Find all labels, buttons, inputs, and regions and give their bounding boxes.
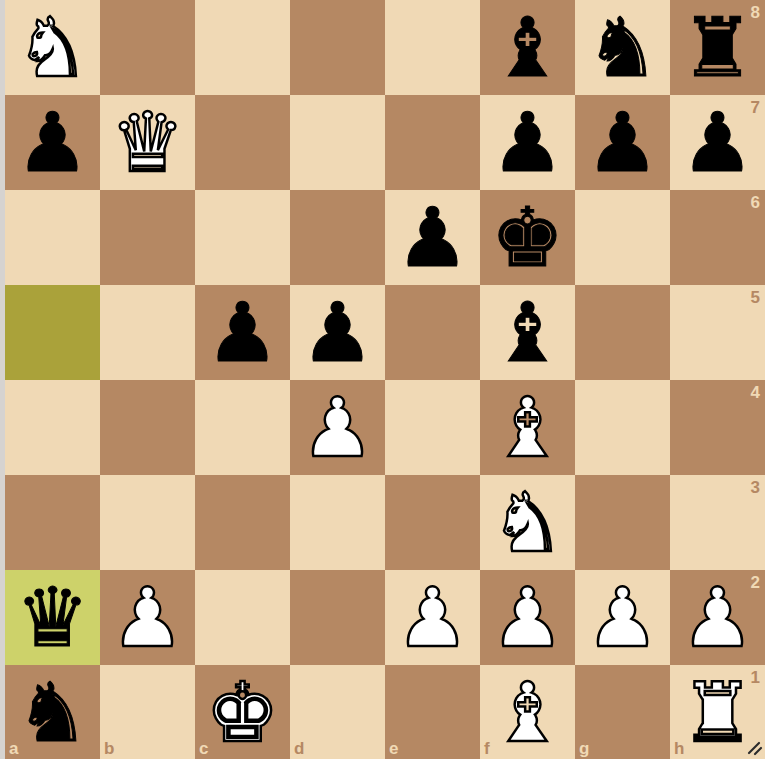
- square-d5[interactable]: ♟: [290, 285, 385, 380]
- square-d7[interactable]: [290, 95, 385, 190]
- square-c4[interactable]: [195, 380, 290, 475]
- square-b3[interactable]: [100, 475, 195, 570]
- square-a2[interactable]: ♛: [5, 570, 100, 665]
- square-f6[interactable]: ♚: [480, 190, 575, 285]
- white-king[interactable]: ♚: [206, 665, 280, 759]
- white-pawn[interactable]: ♟: [681, 570, 755, 665]
- file-label-c: c: [199, 740, 208, 757]
- square-f5[interactable]: ♝: [480, 285, 575, 380]
- black-pawn[interactable]: ♟: [16, 95, 90, 190]
- file-label-d: d: [294, 740, 304, 757]
- black-bishop[interactable]: ♝: [491, 285, 565, 380]
- white-pawn[interactable]: ♟: [491, 570, 565, 665]
- file-label-h: h: [674, 740, 684, 757]
- square-b8[interactable]: [100, 0, 195, 95]
- square-g8[interactable]: ♞: [575, 0, 670, 95]
- square-e2[interactable]: ♟: [385, 570, 480, 665]
- square-b7[interactable]: ♛: [100, 95, 195, 190]
- square-b5[interactable]: [100, 285, 195, 380]
- file-label-f: f: [484, 740, 490, 757]
- rank-label-5: 5: [751, 289, 760, 306]
- square-d3[interactable]: [290, 475, 385, 570]
- square-g7[interactable]: ♟: [575, 95, 670, 190]
- rank-label-3: 3: [751, 479, 760, 496]
- board-resize-handle[interactable]: [744, 737, 764, 757]
- square-h8[interactable]: ♜8: [670, 0, 765, 95]
- square-b4[interactable]: [100, 380, 195, 475]
- black-pawn[interactable]: ♟: [491, 95, 565, 190]
- square-g2[interactable]: ♟: [575, 570, 670, 665]
- white-bishop[interactable]: ♝: [491, 665, 565, 759]
- rank-label-1: 1: [751, 669, 760, 686]
- file-label-e: e: [389, 740, 398, 757]
- square-h5[interactable]: 5: [670, 285, 765, 380]
- black-bishop[interactable]: ♝: [491, 0, 565, 95]
- square-a4[interactable]: [5, 380, 100, 475]
- white-knight[interactable]: ♞: [16, 0, 90, 95]
- rank-label-8: 8: [751, 4, 760, 21]
- square-a5[interactable]: [5, 285, 100, 380]
- square-g4[interactable]: [575, 380, 670, 475]
- square-b1[interactable]: b: [100, 665, 195, 759]
- square-d8[interactable]: [290, 0, 385, 95]
- rank-label-6: 6: [751, 194, 760, 211]
- file-label-g: g: [579, 740, 589, 757]
- square-c6[interactable]: [195, 190, 290, 285]
- rank-label-7: 7: [751, 99, 760, 116]
- square-h7[interactable]: ♟7: [670, 95, 765, 190]
- black-pawn[interactable]: ♟: [301, 285, 375, 380]
- square-g6[interactable]: [575, 190, 670, 285]
- square-h3[interactable]: 3: [670, 475, 765, 570]
- square-e5[interactable]: [385, 285, 480, 380]
- square-f8[interactable]: ♝: [480, 0, 575, 95]
- black-queen[interactable]: ♛: [16, 570, 90, 665]
- square-b2[interactable]: ♟: [100, 570, 195, 665]
- square-a8[interactable]: ♞: [5, 0, 100, 95]
- rank-label-2: 2: [751, 574, 760, 591]
- square-c5[interactable]: ♟: [195, 285, 290, 380]
- white-pawn[interactable]: ♟: [301, 380, 375, 475]
- black-pawn[interactable]: ♟: [681, 95, 755, 190]
- square-a7[interactable]: ♟: [5, 95, 100, 190]
- square-c7[interactable]: [195, 95, 290, 190]
- file-label-b: b: [104, 740, 114, 757]
- square-e3[interactable]: [385, 475, 480, 570]
- square-e8[interactable]: [385, 0, 480, 95]
- white-knight[interactable]: ♞: [491, 475, 565, 570]
- square-h2[interactable]: ♟2: [670, 570, 765, 665]
- square-h6[interactable]: 6: [670, 190, 765, 285]
- square-f2[interactable]: ♟: [480, 570, 575, 665]
- square-g3[interactable]: [575, 475, 670, 570]
- black-pawn[interactable]: ♟: [396, 190, 470, 285]
- file-label-a: a: [9, 740, 18, 757]
- square-e6[interactable]: ♟: [385, 190, 480, 285]
- square-a6[interactable]: [5, 190, 100, 285]
- square-c1[interactable]: ♚c: [195, 665, 290, 759]
- white-pawn[interactable]: ♟: [111, 570, 185, 665]
- square-e7[interactable]: [385, 95, 480, 190]
- rank-label-4: 4: [751, 384, 760, 401]
- square-c3[interactable]: [195, 475, 290, 570]
- square-h4[interactable]: 4: [670, 380, 765, 475]
- square-a3[interactable]: [5, 475, 100, 570]
- black-rook[interactable]: ♜: [681, 0, 755, 95]
- white-bishop[interactable]: ♝: [491, 380, 565, 475]
- white-queen[interactable]: ♛: [111, 95, 185, 190]
- black-king[interactable]: ♚: [491, 190, 565, 285]
- square-g5[interactable]: [575, 285, 670, 380]
- black-knight[interactable]: ♞: [586, 0, 660, 95]
- square-d4[interactable]: ♟: [290, 380, 385, 475]
- square-e1[interactable]: e: [385, 665, 480, 759]
- square-f4[interactable]: ♝: [480, 380, 575, 475]
- black-knight[interactable]: ♞: [16, 665, 90, 759]
- white-pawn[interactable]: ♟: [396, 570, 470, 665]
- square-f1[interactable]: ♝f: [480, 665, 575, 759]
- black-pawn[interactable]: ♟: [206, 285, 280, 380]
- square-d6[interactable]: [290, 190, 385, 285]
- white-pawn[interactable]: ♟: [586, 570, 660, 665]
- square-f7[interactable]: ♟: [480, 95, 575, 190]
- square-a1[interactable]: ♞a: [5, 665, 100, 759]
- square-e4[interactable]: [385, 380, 480, 475]
- square-d1[interactable]: d: [290, 665, 385, 759]
- chess-board: ♞♝♞♜8♟♛♟♟♟7♟♚6♟♟♝5♟♝4♞3♛♟♟♟♟♟2♞ab♚cde♝fg…: [5, 0, 765, 759]
- square-g1[interactable]: g: [575, 665, 670, 759]
- square-f3[interactable]: ♞: [480, 475, 575, 570]
- square-d2[interactable]: [290, 570, 385, 665]
- page: ♞♝♞♜8♟♛♟♟♟7♟♚6♟♟♝5♟♝4♞3♛♟♟♟♟♟2♞ab♚cde♝fg…: [0, 0, 765, 759]
- square-c2[interactable]: [195, 570, 290, 665]
- square-b6[interactable]: [100, 190, 195, 285]
- board-container: ♞♝♞♜8♟♛♟♟♟7♟♚6♟♟♝5♟♝4♞3♛♟♟♟♟♟2♞ab♚cde♝fg…: [5, 0, 765, 759]
- square-c8[interactable]: [195, 0, 290, 95]
- black-pawn[interactable]: ♟: [586, 95, 660, 190]
